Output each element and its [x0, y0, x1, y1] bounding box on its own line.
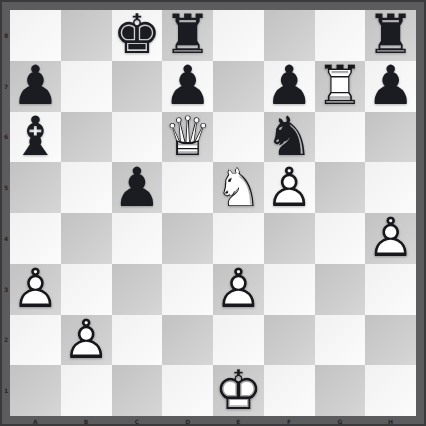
square-f4[interactable]	[264, 213, 315, 264]
square-d6[interactable]: ♛♕	[162, 112, 213, 163]
chess-board: ♚♜♜♟♟♟♜♖♟♝♛♕♞♟♞♘♟♙♟♙♟♙♟♙♟♙♚♔	[10, 10, 416, 416]
rank-label-3: 3	[0, 264, 10, 315]
piece-white-pawn[interactable]: ♟♙	[264, 162, 315, 213]
piece-fill: ♟	[10, 61, 61, 112]
piece-black-rook[interactable]: ♜	[365, 10, 416, 61]
piece-fill: ♚	[112, 10, 163, 61]
square-b1[interactable]	[61, 365, 112, 416]
piece-black-pawn[interactable]: ♟	[112, 162, 163, 213]
square-b7[interactable]	[61, 61, 112, 112]
piece-fill: ♟	[112, 162, 163, 213]
rank-label-1: 1	[0, 365, 10, 416]
square-f3[interactable]	[264, 264, 315, 315]
piece-fill: ♟	[365, 61, 416, 112]
file-label-b: B	[61, 416, 112, 426]
square-f5[interactable]: ♟♙	[264, 162, 315, 213]
piece-white-king[interactable]: ♚♔	[213, 365, 264, 416]
square-e7[interactable]	[213, 61, 264, 112]
square-a4[interactable]	[10, 213, 61, 264]
square-h2[interactable]	[365, 315, 416, 366]
piece-outline: ♘	[213, 162, 264, 213]
square-a7[interactable]: ♟	[10, 61, 61, 112]
piece-fill: ♟	[162, 61, 213, 112]
rank-label-7: 7	[0, 61, 10, 112]
square-f7[interactable]: ♟	[264, 61, 315, 112]
square-a3[interactable]: ♟♙	[10, 264, 61, 315]
square-d5[interactable]	[162, 162, 213, 213]
square-c7[interactable]	[112, 61, 163, 112]
square-f2[interactable]	[264, 315, 315, 366]
piece-outline: ♙	[365, 213, 416, 264]
square-h4[interactable]: ♟♙	[365, 213, 416, 264]
piece-outline: ♖	[315, 61, 366, 112]
piece-fill: ♝	[10, 112, 61, 163]
piece-outline: ♙	[264, 162, 315, 213]
square-b5[interactable]	[61, 162, 112, 213]
rank-label-8: 8	[0, 10, 10, 61]
piece-outline: ♙	[61, 315, 112, 366]
piece-white-queen[interactable]: ♛♕	[162, 112, 213, 163]
square-f1[interactable]	[264, 365, 315, 416]
square-e5[interactable]: ♞♘	[213, 162, 264, 213]
square-e3[interactable]: ♟♙	[213, 264, 264, 315]
piece-outline: ♙	[213, 264, 264, 315]
piece-black-pawn[interactable]: ♟	[365, 61, 416, 112]
square-d2[interactable]	[162, 315, 213, 366]
file-label-h: H	[365, 416, 416, 426]
piece-black-pawn[interactable]: ♟	[264, 61, 315, 112]
piece-white-pawn[interactable]: ♟♙	[213, 264, 264, 315]
square-d3[interactable]	[162, 264, 213, 315]
square-e4[interactable]	[213, 213, 264, 264]
piece-black-pawn[interactable]: ♟	[162, 61, 213, 112]
piece-white-pawn[interactable]: ♟♙	[10, 264, 61, 315]
square-e8[interactable]	[213, 10, 264, 61]
piece-outline: ♔	[213, 365, 264, 416]
file-label-f: F	[264, 416, 315, 426]
piece-white-knight[interactable]: ♞♘	[213, 162, 264, 213]
square-c1[interactable]	[112, 365, 163, 416]
file-labels: ABCDEFGH	[10, 416, 416, 426]
file-label-d: D	[162, 416, 213, 426]
file-label-c: C	[112, 416, 163, 426]
square-a1[interactable]	[10, 365, 61, 416]
square-b8[interactable]	[61, 10, 112, 61]
piece-white-rook[interactable]: ♜♖	[315, 61, 366, 112]
square-g3[interactable]	[315, 264, 366, 315]
square-h8[interactable]: ♜	[365, 10, 416, 61]
piece-black-rook[interactable]: ♜	[162, 10, 213, 61]
rank-label-5: 5	[0, 162, 10, 213]
square-c5[interactable]: ♟	[112, 162, 163, 213]
piece-white-pawn[interactable]: ♟♙	[365, 213, 416, 264]
square-f8[interactable]	[264, 10, 315, 61]
square-b3[interactable]	[61, 264, 112, 315]
chess-board-frame: 87654321 ♚♜♜♟♟♟♜♖♟♝♛♕♞♟♞♘♟♙♟♙♟♙♟♙♟♙♚♔ AB…	[0, 0, 426, 426]
square-d4[interactable]	[162, 213, 213, 264]
square-a8[interactable]	[10, 10, 61, 61]
square-e2[interactable]	[213, 315, 264, 366]
square-d8[interactable]: ♜	[162, 10, 213, 61]
rank-label-2: 2	[0, 315, 10, 366]
square-c4[interactable]	[112, 213, 163, 264]
piece-fill: ♞	[264, 112, 315, 163]
file-label-g: G	[315, 416, 366, 426]
square-g5[interactable]	[315, 162, 366, 213]
square-g4[interactable]	[315, 213, 366, 264]
rank-label-6: 6	[0, 112, 10, 163]
piece-fill: ♜	[162, 10, 213, 61]
rank-labels: 87654321	[0, 10, 10, 416]
square-h3[interactable]	[365, 264, 416, 315]
square-d1[interactable]	[162, 365, 213, 416]
piece-outline: ♕	[162, 112, 213, 163]
piece-black-bishop[interactable]: ♝	[10, 112, 61, 163]
square-g2[interactable]	[315, 315, 366, 366]
piece-fill: ♟	[264, 61, 315, 112]
piece-fill: ♜	[365, 10, 416, 61]
square-g1[interactable]	[315, 365, 366, 416]
square-g8[interactable]	[315, 10, 366, 61]
square-a2[interactable]	[10, 315, 61, 366]
square-h5[interactable]	[365, 162, 416, 213]
square-c6[interactable]	[112, 112, 163, 163]
square-e1[interactable]: ♚♔	[213, 365, 264, 416]
square-c3[interactable]	[112, 264, 163, 315]
square-d7[interactable]: ♟	[162, 61, 213, 112]
square-b4[interactable]	[61, 213, 112, 264]
square-c8[interactable]: ♚	[112, 10, 163, 61]
piece-outline: ♙	[10, 264, 61, 315]
rank-label-4: 4	[0, 213, 10, 264]
square-f6[interactable]: ♞	[264, 112, 315, 163]
square-c2[interactable]	[112, 315, 163, 366]
square-g7[interactable]: ♜♖	[315, 61, 366, 112]
square-h6[interactable]	[365, 112, 416, 163]
file-label-a: A	[10, 416, 61, 426]
piece-black-pawn[interactable]: ♟	[10, 61, 61, 112]
square-e6[interactable]	[213, 112, 264, 163]
piece-white-pawn[interactable]: ♟♙	[61, 315, 112, 366]
square-a5[interactable]	[10, 162, 61, 213]
piece-black-king[interactable]: ♚	[112, 10, 163, 61]
square-g6[interactable]	[315, 112, 366, 163]
square-a6[interactable]: ♝	[10, 112, 61, 163]
square-b2[interactable]: ♟♙	[61, 315, 112, 366]
square-b6[interactable]	[61, 112, 112, 163]
square-h7[interactable]: ♟	[365, 61, 416, 112]
square-h1[interactable]	[365, 365, 416, 416]
file-label-e: E	[213, 416, 264, 426]
piece-black-knight[interactable]: ♞	[264, 112, 315, 163]
